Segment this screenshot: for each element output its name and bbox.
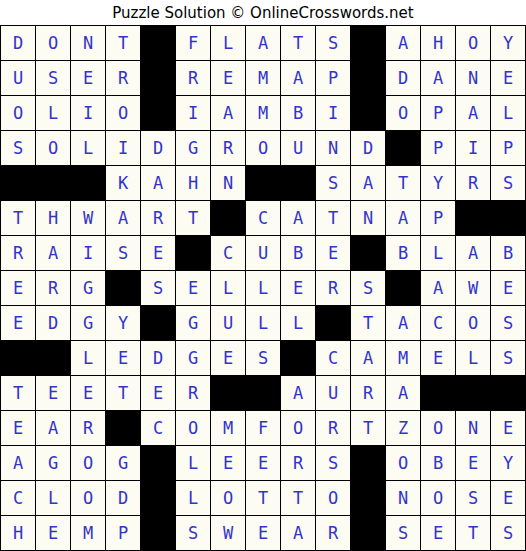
black-cell-r9c10	[316, 306, 350, 340]
letter-cell-r4c9: U	[281, 131, 315, 165]
letter-cell-r8c5: S	[141, 271, 175, 305]
letter-cell-r7c14: A	[456, 236, 490, 270]
letter-cell-r3c8: M	[246, 96, 280, 130]
letter-cell-r12c9: O	[281, 411, 315, 445]
letter-cell-r5c13: Y	[421, 166, 455, 200]
letter-cell-r12c12: Z	[386, 411, 420, 445]
letter-cell-r6c1: T	[1, 201, 35, 235]
letter-cell-r14c3: O	[71, 481, 105, 515]
letter-cell-r13c2: G	[36, 446, 70, 480]
letter-cell-r12c3: R	[71, 411, 105, 445]
letter-cell-r10c4: E	[106, 341, 140, 375]
black-cell-r6c14	[456, 201, 490, 235]
letter-cell-r8c3: G	[71, 271, 105, 305]
letter-cell-r11c1: T	[1, 376, 35, 410]
letter-cell-r7c2: A	[36, 236, 70, 270]
letter-cell-r14c1: C	[1, 481, 35, 515]
letter-cell-r1c8: A	[246, 26, 280, 60]
letter-cell-r13c14: E	[456, 446, 490, 480]
black-cell-r3c11	[351, 96, 385, 130]
letter-cell-r5c4: K	[106, 166, 140, 200]
letter-cell-r3c4: O	[106, 96, 140, 130]
letter-cell-r1c9: T	[281, 26, 315, 60]
black-cell-r11c8	[246, 376, 280, 410]
letter-cell-r4c5: D	[141, 131, 175, 165]
letter-cell-r9c11: T	[351, 306, 385, 340]
letter-cell-r14c15: E	[491, 481, 525, 515]
letter-cell-r8c8: L	[246, 271, 280, 305]
letter-cell-r12c10: R	[316, 411, 350, 445]
letter-cell-r13c9: R	[281, 446, 315, 480]
letter-cell-r7c9: B	[281, 236, 315, 270]
letter-cell-r14c14: S	[456, 481, 490, 515]
letter-cell-r6c8: C	[246, 201, 280, 235]
letter-cell-r1c13: H	[421, 26, 455, 60]
letter-cell-r3c7: A	[211, 96, 245, 130]
letter-cell-r5c10: S	[316, 166, 350, 200]
black-cell-r5c3	[71, 166, 105, 200]
letter-cell-r15c8: E	[246, 516, 280, 550]
letter-cell-r12c14: N	[456, 411, 490, 445]
letter-cell-r15c2: E	[36, 516, 70, 550]
puzzle-solution-page: Puzzle Solution © OnlineCrosswords.net D…	[0, 0, 526, 551]
letter-cell-r2c13: A	[421, 61, 455, 95]
black-cell-r8c4	[106, 271, 140, 305]
letter-cell-r3c1: O	[1, 96, 35, 130]
letter-cell-r6c11: N	[351, 201, 385, 235]
letter-cell-r7c5: E	[141, 236, 175, 270]
black-cell-r5c2	[36, 166, 70, 200]
letter-cell-r2c1: U	[1, 61, 35, 95]
letter-cell-r14c13: O	[421, 481, 455, 515]
letter-cell-r15c15: S	[491, 516, 525, 550]
letter-cell-r8c6: E	[176, 271, 210, 305]
black-cell-r10c2	[36, 341, 70, 375]
letter-cell-r10c6: G	[176, 341, 210, 375]
letter-cell-r6c3: W	[71, 201, 105, 235]
letter-cell-r4c3: L	[71, 131, 105, 165]
letter-cell-r1c3: N	[71, 26, 105, 60]
letter-cell-r11c5: E	[141, 376, 175, 410]
letter-cell-r4c15: P	[491, 131, 525, 165]
letter-cell-r2c8: M	[246, 61, 280, 95]
black-cell-r12c4	[106, 411, 140, 445]
letter-cell-r12c5: C	[141, 411, 175, 445]
letter-cell-r7c8: U	[246, 236, 280, 270]
letter-cell-r2c10: P	[316, 61, 350, 95]
letter-cell-r9c8: L	[246, 306, 280, 340]
black-cell-r11c14	[456, 376, 490, 410]
letter-cell-r7c1: R	[1, 236, 35, 270]
letter-cell-r10c3: L	[71, 341, 105, 375]
letter-cell-r15c13: E	[421, 516, 455, 550]
letter-cell-r2c14: N	[456, 61, 490, 95]
letter-cell-r9c15: S	[491, 306, 525, 340]
letter-cell-r9c2: D	[36, 306, 70, 340]
letter-cell-r8c13: A	[421, 271, 455, 305]
letter-cell-r13c6: L	[176, 446, 210, 480]
letter-cell-r3c13: P	[421, 96, 455, 130]
letter-cell-r10c14: L	[456, 341, 490, 375]
letter-cell-r11c10: U	[316, 376, 350, 410]
letter-cell-r4c7: R	[211, 131, 245, 165]
letter-cell-r14c4: D	[106, 481, 140, 515]
letter-cell-r13c4: G	[106, 446, 140, 480]
black-cell-r15c11	[351, 516, 385, 550]
black-cell-r2c5	[141, 61, 175, 95]
black-cell-r7c6	[176, 236, 210, 270]
letter-cell-r14c9: T	[281, 481, 315, 515]
letter-cell-r10c8: S	[246, 341, 280, 375]
letter-cell-r14c7: O	[211, 481, 245, 515]
black-cell-r14c5	[141, 481, 175, 515]
black-cell-r15c5	[141, 516, 175, 550]
black-cell-r2c11	[351, 61, 385, 95]
letter-cell-r14c2: L	[36, 481, 70, 515]
letter-cell-r5c7: N	[211, 166, 245, 200]
letter-cell-r5c15: S	[491, 166, 525, 200]
letter-cell-r1c10: S	[316, 26, 350, 60]
letter-cell-r13c8: E	[246, 446, 280, 480]
letter-cell-r4c6: G	[176, 131, 210, 165]
page-title: Puzzle Solution © OnlineCrosswords.net	[0, 0, 526, 25]
letter-cell-r4c14: I	[456, 131, 490, 165]
letter-cell-r3c14: A	[456, 96, 490, 130]
letter-cell-r10c10: C	[316, 341, 350, 375]
black-cell-r13c5	[141, 446, 175, 480]
letter-cell-r4c13: P	[421, 131, 455, 165]
letter-cell-r8c9: E	[281, 271, 315, 305]
letter-cell-r11c4: T	[106, 376, 140, 410]
letter-cell-r3c3: I	[71, 96, 105, 130]
black-cell-r7c11	[351, 236, 385, 270]
crossword-grid: DONTFLATSAHOYUSERREMAPDANEOLIOIAMBIOPALS…	[0, 25, 526, 551]
letter-cell-r12c1: E	[1, 411, 35, 445]
letter-cell-r14c10: O	[316, 481, 350, 515]
letter-cell-r3c15: L	[491, 96, 525, 130]
letter-cell-r3c6: I	[176, 96, 210, 130]
letter-cell-r8c1: E	[1, 271, 35, 305]
letter-cell-r2c15: E	[491, 61, 525, 95]
letter-cell-r2c12: D	[386, 61, 420, 95]
letter-cell-r7c4: S	[106, 236, 140, 270]
letter-cell-r13c3: O	[71, 446, 105, 480]
letter-cell-r7c15: B	[491, 236, 525, 270]
letter-cell-r15c4: P	[106, 516, 140, 550]
letter-cell-r10c12: M	[386, 341, 420, 375]
letter-cell-r11c12: A	[386, 376, 420, 410]
letter-cell-r5c12: T	[386, 166, 420, 200]
letter-cell-r1c12: A	[386, 26, 420, 60]
letter-cell-r5c14: R	[456, 166, 490, 200]
letter-cell-r3c9: B	[281, 96, 315, 130]
black-cell-r8c12	[386, 271, 420, 305]
letter-cell-r15c3: M	[71, 516, 105, 550]
letter-cell-r6c13: P	[421, 201, 455, 235]
letter-cell-r2c9: A	[281, 61, 315, 95]
letter-cell-r9c1: E	[1, 306, 35, 340]
letter-cell-r5c11: A	[351, 166, 385, 200]
letter-cell-r7c12: B	[386, 236, 420, 270]
black-cell-r9c5	[141, 306, 175, 340]
black-cell-r3c5	[141, 96, 175, 130]
letter-cell-r1c7: L	[211, 26, 245, 60]
letter-cell-r2c6: R	[176, 61, 210, 95]
letter-cell-r1c4: T	[106, 26, 140, 60]
black-cell-r5c9	[281, 166, 315, 200]
letter-cell-r10c13: E	[421, 341, 455, 375]
letter-cell-r15c12: S	[386, 516, 420, 550]
letter-cell-r7c13: L	[421, 236, 455, 270]
letter-cell-r8c2: R	[36, 271, 70, 305]
letter-cell-r6c10: T	[316, 201, 350, 235]
black-cell-r5c1	[1, 166, 35, 200]
letter-cell-r1c15: Y	[491, 26, 525, 60]
letter-cell-r4c10: N	[316, 131, 350, 165]
letter-cell-r10c5: D	[141, 341, 175, 375]
letter-cell-r15c1: H	[1, 516, 35, 550]
letter-cell-r8c10: R	[316, 271, 350, 305]
letter-cell-r15c7: W	[211, 516, 245, 550]
letter-cell-r2c4: R	[106, 61, 140, 95]
letter-cell-r13c10: S	[316, 446, 350, 480]
letter-cell-r6c5: R	[141, 201, 175, 235]
letter-cell-r1c2: O	[36, 26, 70, 60]
letter-cell-r8c15: E	[491, 271, 525, 305]
letter-cell-r5c6: H	[176, 166, 210, 200]
letter-cell-r13c1: A	[1, 446, 35, 480]
letter-cell-r9c12: A	[386, 306, 420, 340]
letter-cell-r12c2: A	[36, 411, 70, 445]
letter-cell-r4c11: D	[351, 131, 385, 165]
letter-cell-r15c6: S	[176, 516, 210, 550]
letter-cell-r14c12: N	[386, 481, 420, 515]
black-cell-r10c1	[1, 341, 35, 375]
letter-cell-r2c3: E	[71, 61, 105, 95]
letter-cell-r10c11: A	[351, 341, 385, 375]
letter-cell-r12c11: T	[351, 411, 385, 445]
letter-cell-r7c3: I	[71, 236, 105, 270]
letter-cell-r15c10: R	[316, 516, 350, 550]
letter-cell-r9c9: L	[281, 306, 315, 340]
black-cell-r1c5	[141, 26, 175, 60]
letter-cell-r8c7: L	[211, 271, 245, 305]
black-cell-r6c15	[491, 201, 525, 235]
black-cell-r11c13	[421, 376, 455, 410]
black-cell-r5c8	[246, 166, 280, 200]
letter-cell-r15c9: A	[281, 516, 315, 550]
letter-cell-r4c1: S	[1, 131, 35, 165]
letter-cell-r12c7: M	[211, 411, 245, 445]
letter-cell-r8c11: S	[351, 271, 385, 305]
letter-cell-r2c7: E	[211, 61, 245, 95]
letter-cell-r11c6: R	[176, 376, 210, 410]
letter-cell-r10c7: E	[211, 341, 245, 375]
letter-cell-r12c15: E	[491, 411, 525, 445]
black-cell-r10c9	[281, 341, 315, 375]
letter-cell-r1c1: D	[1, 26, 35, 60]
black-cell-r6c7	[211, 201, 245, 235]
letter-cell-r6c9: A	[281, 201, 315, 235]
letter-cell-r13c7: E	[211, 446, 245, 480]
black-cell-r4c12	[386, 131, 420, 165]
letter-cell-r14c6: L	[176, 481, 210, 515]
letter-cell-r3c2: L	[36, 96, 70, 130]
letter-cell-r9c13: C	[421, 306, 455, 340]
letter-cell-r10c15: S	[491, 341, 525, 375]
letter-cell-r7c10: E	[316, 236, 350, 270]
letter-cell-r9c6: G	[176, 306, 210, 340]
letter-cell-r3c10: I	[316, 96, 350, 130]
letter-cell-r6c4: A	[106, 201, 140, 235]
black-cell-r14c11	[351, 481, 385, 515]
letter-cell-r12c8: F	[246, 411, 280, 445]
letter-cell-r15c14: T	[456, 516, 490, 550]
letter-cell-r9c4: Y	[106, 306, 140, 340]
letter-cell-r13c12: O	[386, 446, 420, 480]
letter-cell-r8c14: W	[456, 271, 490, 305]
letter-cell-r5c5: A	[141, 166, 175, 200]
black-cell-r11c15	[491, 376, 525, 410]
letter-cell-r11c9: A	[281, 376, 315, 410]
letter-cell-r14c8: T	[246, 481, 280, 515]
letter-cell-r2c2: S	[36, 61, 70, 95]
letter-cell-r6c12: A	[386, 201, 420, 235]
letter-cell-r4c4: I	[106, 131, 140, 165]
letter-cell-r13c15: Y	[491, 446, 525, 480]
letter-cell-r13c13: B	[421, 446, 455, 480]
letter-cell-r9c7: U	[211, 306, 245, 340]
letter-cell-r9c3: G	[71, 306, 105, 340]
letter-cell-r11c2: E	[36, 376, 70, 410]
black-cell-r11c7	[211, 376, 245, 410]
letter-cell-r11c11: R	[351, 376, 385, 410]
letter-cell-r1c14: O	[456, 26, 490, 60]
black-cell-r13c11	[351, 446, 385, 480]
letter-cell-r1c6: F	[176, 26, 210, 60]
letter-cell-r3c12: O	[386, 96, 420, 130]
letter-cell-r12c13: O	[421, 411, 455, 445]
letter-cell-r11c3: E	[71, 376, 105, 410]
letter-cell-r4c2: O	[36, 131, 70, 165]
letter-cell-r4c8: O	[246, 131, 280, 165]
letter-cell-r12c6: O	[176, 411, 210, 445]
black-cell-r1c11	[351, 26, 385, 60]
letter-cell-r7c7: C	[211, 236, 245, 270]
letter-cell-r6c2: H	[36, 201, 70, 235]
letter-cell-r9c14: O	[456, 306, 490, 340]
letter-cell-r6c6: T	[176, 201, 210, 235]
